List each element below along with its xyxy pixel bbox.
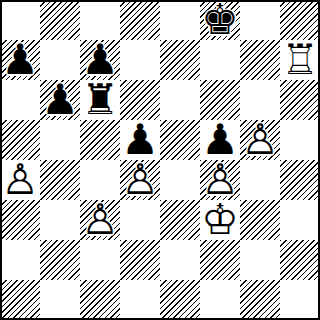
square-b6[interactable]: ♟♟ xyxy=(40,80,80,120)
square-b4[interactable] xyxy=(40,160,80,200)
square-c6[interactable]: ♜♜ xyxy=(80,80,120,120)
square-b3[interactable] xyxy=(40,200,80,240)
white-pawn: ♙ xyxy=(200,160,240,200)
white-king-halo: ♚ xyxy=(200,200,240,240)
square-f3[interactable]: ♚♔ xyxy=(200,200,240,240)
square-a5[interactable] xyxy=(0,120,40,160)
square-f2[interactable] xyxy=(200,240,240,280)
white-pawn-halo: ♟ xyxy=(240,120,280,160)
square-e4[interactable] xyxy=(160,160,200,200)
square-h5[interactable] xyxy=(280,120,320,160)
square-f8[interactable]: ♚♚ xyxy=(200,0,240,40)
square-h1[interactable] xyxy=(280,280,320,320)
square-f7[interactable] xyxy=(200,40,240,80)
black-rook: ♜ xyxy=(80,80,120,120)
square-a2[interactable] xyxy=(0,240,40,280)
black-pawn: ♟ xyxy=(120,120,160,160)
square-g8[interactable] xyxy=(240,0,280,40)
square-d7[interactable] xyxy=(120,40,160,80)
square-g2[interactable] xyxy=(240,240,280,280)
white-pawn: ♙ xyxy=(0,160,40,200)
square-h8[interactable] xyxy=(280,0,320,40)
square-g3[interactable] xyxy=(240,200,280,240)
square-d4[interactable]: ♟♙ xyxy=(120,160,160,200)
square-g4[interactable] xyxy=(240,160,280,200)
square-b7[interactable] xyxy=(40,40,80,80)
black-pawn-halo: ♟ xyxy=(120,120,160,160)
square-a6[interactable] xyxy=(0,80,40,120)
black-pawn: ♟ xyxy=(40,80,80,120)
square-d3[interactable] xyxy=(120,200,160,240)
square-g6[interactable] xyxy=(240,80,280,120)
square-h7[interactable]: ♜♖ xyxy=(280,40,320,80)
black-pawn: ♟ xyxy=(0,40,40,80)
black-pawn: ♟ xyxy=(80,40,120,80)
square-b5[interactable] xyxy=(40,120,80,160)
square-c8[interactable] xyxy=(80,0,120,40)
black-pawn-halo: ♟ xyxy=(200,120,240,160)
square-e3[interactable] xyxy=(160,200,200,240)
chess-board: ♚♚♟♟♟♟♜♖♟♟♜♜♟♟♟♟♟♙♟♙♟♙♟♙♟♙♚♔ xyxy=(0,0,320,320)
black-pawn-halo: ♟ xyxy=(0,40,40,80)
square-g5[interactable]: ♟♙ xyxy=(240,120,280,160)
square-c7[interactable]: ♟♟ xyxy=(80,40,120,80)
black-king-halo: ♚ xyxy=(200,0,240,40)
white-king: ♔ xyxy=(200,200,240,240)
square-e7[interactable] xyxy=(160,40,200,80)
white-pawn-halo: ♟ xyxy=(0,160,40,200)
square-d5[interactable]: ♟♟ xyxy=(120,120,160,160)
square-h6[interactable] xyxy=(280,80,320,120)
white-pawn-halo: ♟ xyxy=(120,160,160,200)
square-f6[interactable] xyxy=(200,80,240,120)
square-e1[interactable] xyxy=(160,280,200,320)
square-d2[interactable] xyxy=(120,240,160,280)
square-d6[interactable] xyxy=(120,80,160,120)
white-pawn-halo: ♟ xyxy=(80,200,120,240)
white-pawn: ♙ xyxy=(120,160,160,200)
square-h3[interactable] xyxy=(280,200,320,240)
square-b8[interactable] xyxy=(40,0,80,40)
black-king: ♚ xyxy=(200,0,240,40)
square-e2[interactable] xyxy=(160,240,200,280)
square-d1[interactable] xyxy=(120,280,160,320)
black-pawn-halo: ♟ xyxy=(40,80,80,120)
square-a1[interactable] xyxy=(0,280,40,320)
black-pawn: ♟ xyxy=(200,120,240,160)
square-c1[interactable] xyxy=(80,280,120,320)
square-a7[interactable]: ♟♟ xyxy=(0,40,40,80)
square-b1[interactable] xyxy=(40,280,80,320)
square-c2[interactable] xyxy=(80,240,120,280)
white-pawn: ♙ xyxy=(240,120,280,160)
white-rook: ♖ xyxy=(280,40,320,80)
white-pawn: ♙ xyxy=(80,200,120,240)
square-d8[interactable] xyxy=(120,0,160,40)
square-e6[interactable] xyxy=(160,80,200,120)
square-a8[interactable] xyxy=(0,0,40,40)
black-pawn-halo: ♟ xyxy=(80,40,120,80)
square-b2[interactable] xyxy=(40,240,80,280)
square-a3[interactable] xyxy=(0,200,40,240)
square-h2[interactable] xyxy=(280,240,320,280)
square-h4[interactable] xyxy=(280,160,320,200)
white-pawn-halo: ♟ xyxy=(200,160,240,200)
square-c3[interactable]: ♟♙ xyxy=(80,200,120,240)
square-f4[interactable]: ♟♙ xyxy=(200,160,240,200)
square-a4[interactable]: ♟♙ xyxy=(0,160,40,200)
square-c5[interactable] xyxy=(80,120,120,160)
square-f1[interactable] xyxy=(200,280,240,320)
chess-diagram: ♚♚♟♟♟♟♜♖♟♟♜♜♟♟♟♟♟♙♟♙♟♙♟♙♟♙♚♔ xyxy=(0,0,320,320)
white-rook-halo: ♜ xyxy=(280,40,320,80)
square-c4[interactable] xyxy=(80,160,120,200)
square-g1[interactable] xyxy=(240,280,280,320)
black-rook-halo: ♜ xyxy=(80,80,120,120)
square-f5[interactable]: ♟♟ xyxy=(200,120,240,160)
square-g7[interactable] xyxy=(240,40,280,80)
square-e5[interactable] xyxy=(160,120,200,160)
square-e8[interactable] xyxy=(160,0,200,40)
